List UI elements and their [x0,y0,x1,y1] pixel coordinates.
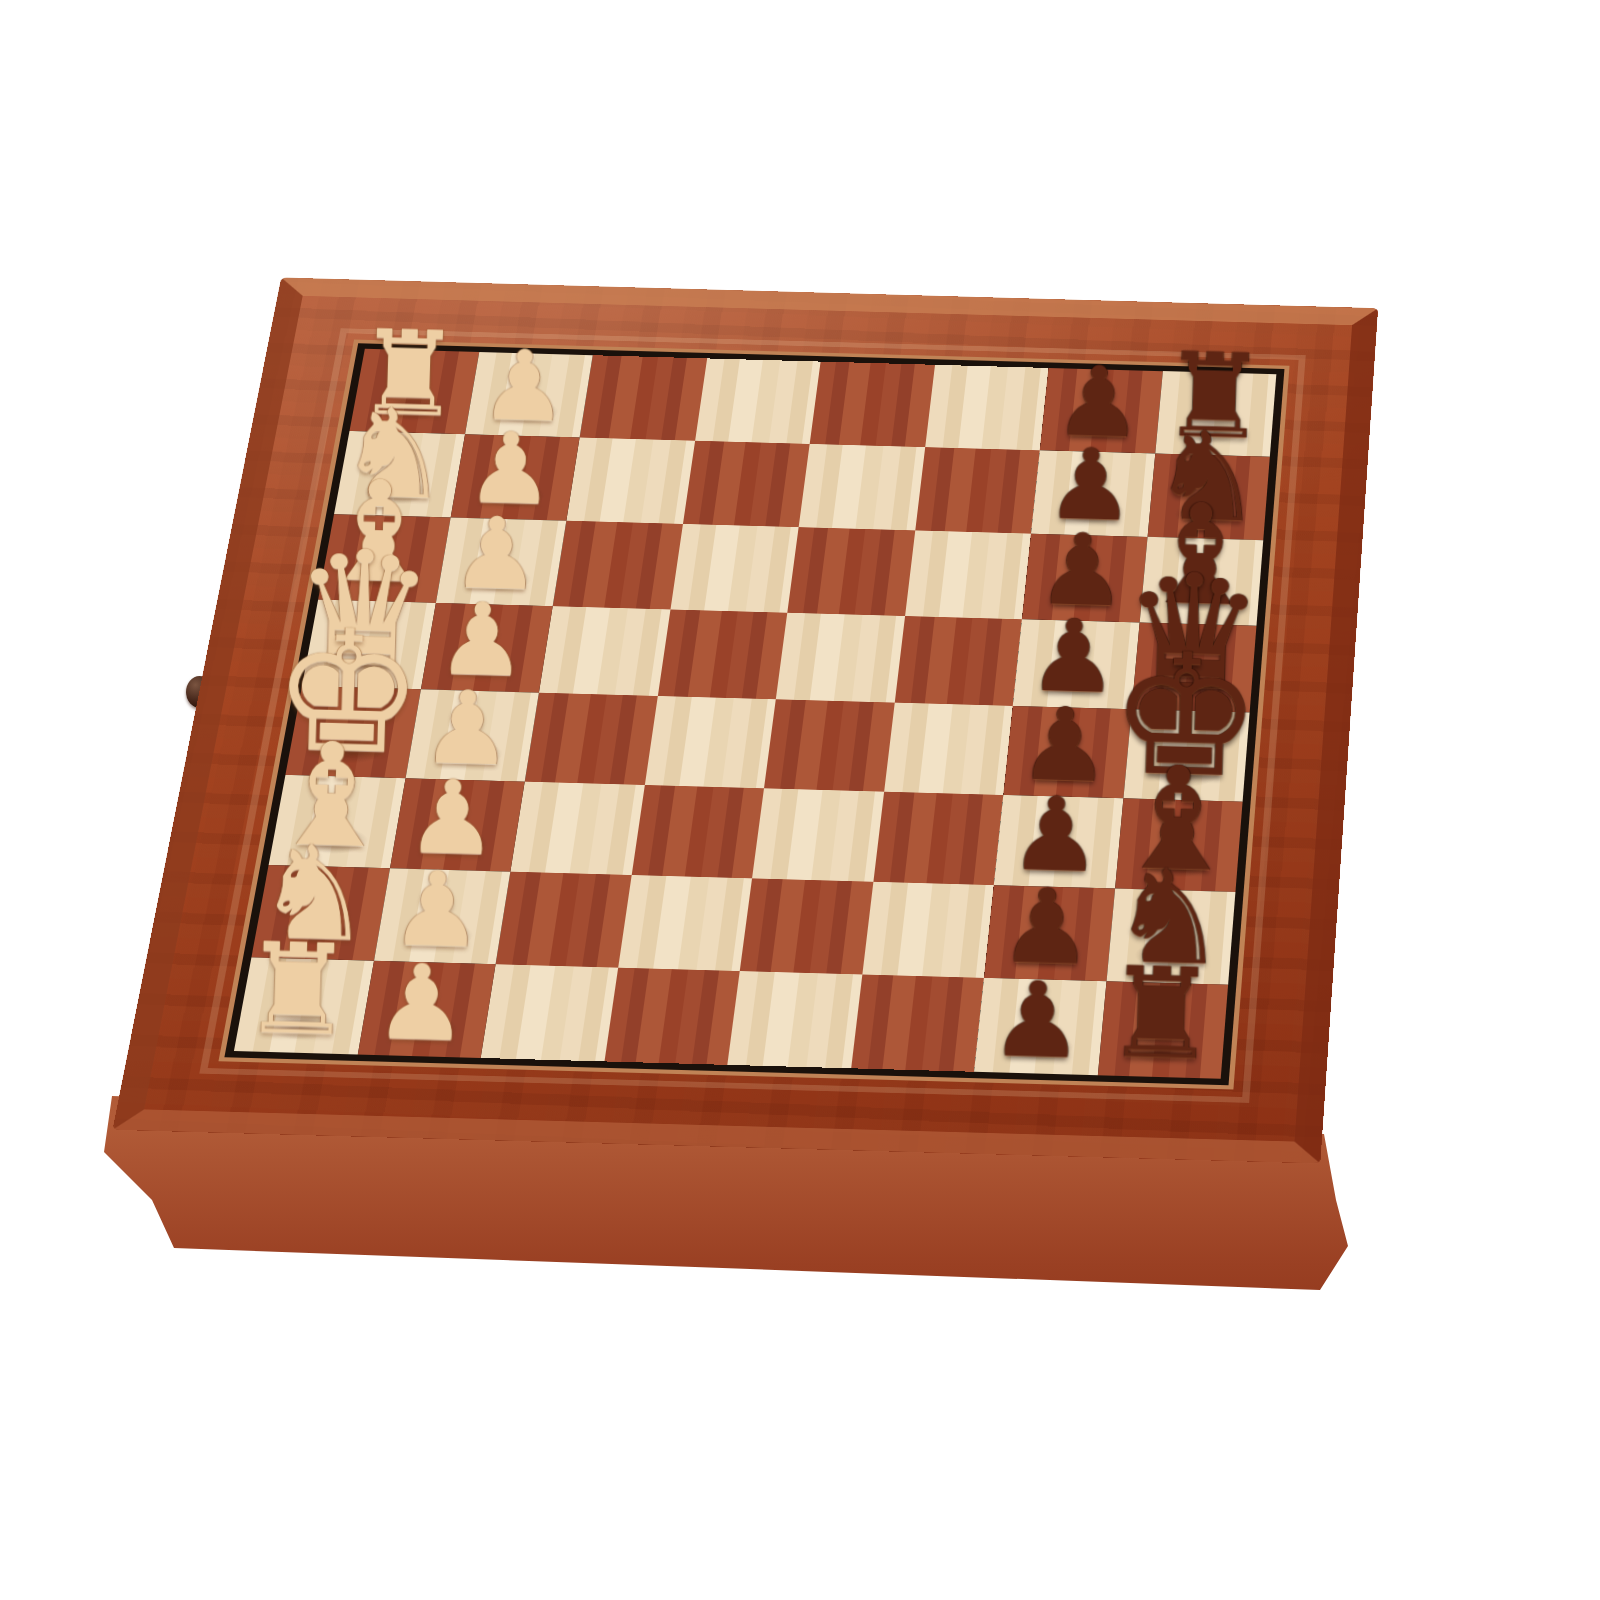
square-b4 [682,440,809,527]
square-c5 [787,527,914,615]
square-a3 [580,355,707,440]
piece-white-pawn-h2: ♟ [373,952,469,1053]
scene-3d: ♜♟♟♜♞♟♟♞♝♟♟♝♛♟♟♛♚♟♟♚♝♟♟♝♞♟♟♞♜♟♟♜ [0,0,1600,1600]
chess-board: ♜♟♟♜♞♟♟♞♝♟♟♝♛♟♟♛♚♟♟♚♝♟♟♝♞♟♟♞♜♟♟♜ [234,349,1276,1079]
square-h2: ♟ [357,960,495,1058]
square-c6 [905,530,1031,619]
square-g4 [618,875,752,971]
piece-black-rook-h8: ♜ [1103,953,1218,1075]
square-h7: ♟ [974,977,1106,1075]
perspective-tilt: ♜♟♟♜♞♟♟♞♝♟♟♝♛♟♟♛♚♟♟♚♝♟♟♝♞♟♟♞♜♟♟♜ [0,0,1600,1600]
square-h8: ♜ [1097,981,1228,1079]
square-h5 [727,971,862,1069]
square-f6 [873,791,1003,885]
chess-box-lid: ♜♟♟♜♞♟♟♞♝♟♟♝♛♟♟♛♚♟♟♚♝♟♟♝♞♟♟♞♜♟♟♜ [113,278,1378,1164]
square-f3 [510,781,644,875]
piece-black-pawn-h7: ♟ [989,970,1085,1071]
square-a6 [925,365,1049,450]
square-h4 [604,967,740,1065]
square-c4 [670,524,799,612]
square-f5 [752,788,884,882]
square-e5 [764,699,894,791]
square-a5 [810,362,935,447]
square-g5 [740,878,873,974]
square-c3 [553,521,683,609]
board-outline: ♜♟♟♜♞♟♟♞♝♟♟♝♛♟♟♛♚♟♟♚♝♟♟♝♞♟♟♞♜♟♟♜ [224,343,1284,1085]
square-g3 [496,872,632,968]
square-b3 [566,437,694,524]
square-g6 [862,882,994,978]
product-photo-stage: ♜♟♟♜♞♟♟♞♝♟♟♝♛♟♟♛♚♟♟♚♝♟♟♝♞♟♟♞♜♟♟♜ [0,0,1600,1600]
piece-white-rook-h1: ♜ [240,929,355,1051]
square-f4 [631,785,764,879]
